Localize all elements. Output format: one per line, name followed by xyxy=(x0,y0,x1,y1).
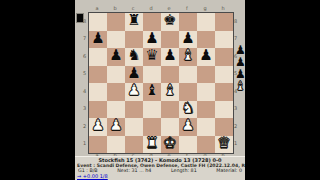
square-b8[interactable] xyxy=(107,13,125,31)
square-a6[interactable] xyxy=(89,48,107,66)
square-b5[interactable] xyxy=(107,66,125,84)
piece-white-knight[interactable]: ♞ xyxy=(181,101,194,116)
piece-black-pawn[interactable]: ♟ xyxy=(181,31,194,46)
piece-black-pawn[interactable]: ♟ xyxy=(145,31,158,46)
rank-label: 3 xyxy=(82,100,87,118)
rank-label: 8 xyxy=(82,12,87,30)
rank-labels-left: 87654321 xyxy=(82,12,87,152)
file-labels-top: abcdefgh xyxy=(88,5,232,11)
file-label: f xyxy=(178,5,196,11)
square-h3[interactable] xyxy=(215,101,233,119)
video-frame: abcdefgh 87654321 ♜♚♟♟♟♟♞♛♟♝♟♟♟♝♝♞♟♟♟♜♚♛… xyxy=(0,0,320,180)
square-d4[interactable]: ♝ xyxy=(143,83,161,101)
material-info: Material: 0 xyxy=(216,168,242,173)
square-c1[interactable] xyxy=(125,136,143,154)
piece-black-knight[interactable]: ♞ xyxy=(127,48,140,63)
square-h4[interactable] xyxy=(215,83,233,101)
rank-label: 6 xyxy=(82,47,87,65)
piece-white-bishop[interactable]: ♝ xyxy=(163,83,176,98)
square-c4[interactable]: ♟ xyxy=(125,83,143,101)
square-e6[interactable]: ♟ xyxy=(161,48,179,66)
square-b4[interactable] xyxy=(107,83,125,101)
square-h1[interactable]: ♛ xyxy=(215,136,233,154)
piece-white-rook[interactable]: ♜ xyxy=(145,136,158,151)
file-label: a xyxy=(88,5,106,11)
square-c3[interactable] xyxy=(125,101,143,119)
square-g1[interactable] xyxy=(197,136,215,154)
chess-gui-panel: abcdefgh 87654321 ♜♚♟♟♟♟♞♛♟♝♟♟♟♝♝♞♟♟♟♜♚♛… xyxy=(75,0,245,180)
chess-board[interactable]: ♜♚♟♟♟♟♞♛♟♝♟♟♟♝♝♞♟♟♟♜♚♛ xyxy=(88,12,234,154)
rank-label: 2 xyxy=(82,117,87,135)
piece-black-pawn[interactable]: ♟ xyxy=(127,66,140,81)
square-a4[interactable] xyxy=(89,83,107,101)
square-b2[interactable]: ♟ xyxy=(107,118,125,136)
square-d6[interactable]: ♛ xyxy=(143,48,161,66)
square-e3[interactable] xyxy=(161,101,179,119)
rank-label: 8 xyxy=(233,12,238,30)
piece-white-pawn[interactable]: ♟ xyxy=(181,118,194,133)
piece-white-pawn[interactable]: ♟ xyxy=(127,83,140,98)
square-a7[interactable]: ♟ xyxy=(89,31,107,49)
piece-black-queen[interactable]: ♛ xyxy=(145,48,158,63)
square-h6[interactable] xyxy=(215,48,233,66)
square-a5[interactable] xyxy=(89,66,107,84)
square-c8[interactable]: ♜ xyxy=(125,13,143,31)
piece-black-pawn[interactable]: ♟ xyxy=(163,48,176,63)
square-d1[interactable]: ♜ xyxy=(143,136,161,154)
eval-link[interactable]: → +0.00 1/8 xyxy=(75,173,245,179)
file-label: c xyxy=(124,5,142,11)
piece-white-bishop[interactable]: ♝ xyxy=(181,48,194,63)
square-g2[interactable] xyxy=(197,118,215,136)
square-b6[interactable]: ♟ xyxy=(107,48,125,66)
rank-label: 7 xyxy=(82,30,87,48)
square-g3[interactable] xyxy=(197,101,215,119)
tray-piece-white-bishop: ♝ xyxy=(235,80,245,92)
file-label: d xyxy=(142,5,160,11)
square-f2[interactable]: ♟ xyxy=(179,118,197,136)
game-length-info: Length: 81 xyxy=(171,168,197,173)
piece-black-rook[interactable]: ♜ xyxy=(127,13,140,28)
square-b1[interactable] xyxy=(107,136,125,154)
square-h5[interactable] xyxy=(215,66,233,84)
rank-label: 1 xyxy=(233,135,238,153)
square-h7[interactable] xyxy=(215,31,233,49)
next-move-info: Next: 31 ... h4 xyxy=(117,168,151,173)
status-bar: Stockfish 15 (3742) - Komodo 13 (3728) 0… xyxy=(75,156,245,180)
rank-label: 3 xyxy=(233,100,238,118)
square-c2[interactable] xyxy=(125,118,143,136)
file-label: h xyxy=(214,5,232,11)
square-a1[interactable] xyxy=(89,136,107,154)
square-a2[interactable]: ♟ xyxy=(89,118,107,136)
square-f5[interactable] xyxy=(179,66,197,84)
piece-black-bishop[interactable]: ♝ xyxy=(145,83,158,98)
square-e4[interactable]: ♝ xyxy=(161,83,179,101)
square-h8[interactable] xyxy=(215,13,233,31)
square-f1[interactable] xyxy=(179,136,197,154)
piece-white-pawn[interactable]: ♟ xyxy=(109,118,122,133)
square-g8[interactable] xyxy=(197,13,215,31)
piece-white-queen[interactable]: ♛ xyxy=(217,136,230,151)
rank-label: 1 xyxy=(82,135,87,153)
rank-label: 2 xyxy=(233,117,238,135)
square-e1[interactable]: ♚ xyxy=(161,136,179,154)
square-g5[interactable] xyxy=(197,66,215,84)
square-f6[interactable]: ♝ xyxy=(179,48,197,66)
rank-label: 5 xyxy=(82,65,87,83)
square-g4[interactable] xyxy=(197,83,215,101)
square-e8[interactable]: ♚ xyxy=(161,13,179,31)
square-g6[interactable]: ♟ xyxy=(197,48,215,66)
file-label: e xyxy=(160,5,178,11)
captured-material-tray: ♟♟♟♝ xyxy=(235,44,245,92)
file-label: g xyxy=(196,5,214,11)
piece-white-pawn[interactable]: ♟ xyxy=(91,118,104,133)
piece-black-pawn[interactable]: ♟ xyxy=(199,48,212,63)
piece-black-pawn[interactable]: ♟ xyxy=(109,48,122,63)
rank-label: 4 xyxy=(82,82,87,100)
piece-black-king[interactable]: ♚ xyxy=(163,13,176,28)
file-label: b xyxy=(106,5,124,11)
piece-white-king[interactable]: ♚ xyxy=(163,136,176,151)
square-d3[interactable] xyxy=(143,101,161,119)
piece-black-pawn[interactable]: ♟ xyxy=(91,31,104,46)
